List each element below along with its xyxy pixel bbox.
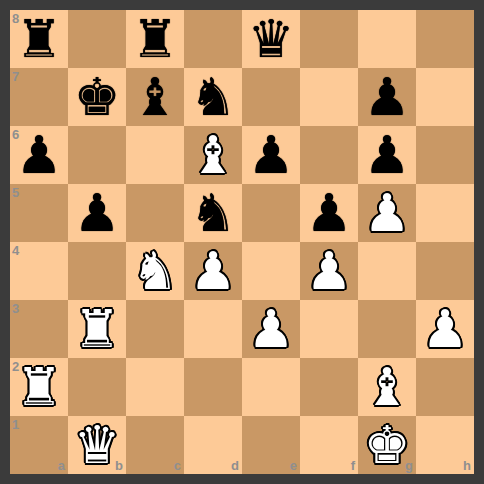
square-b3[interactable]: ♜	[68, 300, 126, 358]
file-label-h: h	[463, 459, 471, 472]
square-c5[interactable]	[126, 184, 184, 242]
square-h2[interactable]	[416, 358, 474, 416]
square-a1[interactable]: 1a	[10, 416, 68, 474]
chess-board: 8♜♜♛7♚♝♞♟6♟♝♟♟5♟♞♟♟4♞♟♟3♜♟♟2♜♝1ab♛cdefg♚…	[10, 10, 474, 474]
file-label-d: d	[231, 459, 239, 472]
square-e4[interactable]	[242, 242, 300, 300]
square-c8[interactable]: ♜	[126, 10, 184, 68]
black-pawn-piece[interactable]: ♟	[16, 126, 63, 184]
square-b8[interactable]	[68, 10, 126, 68]
white-pawn-piece[interactable]: ♟	[190, 242, 237, 300]
file-label-e: e	[290, 459, 297, 472]
square-d6[interactable]: ♝	[184, 126, 242, 184]
black-bishop-piece[interactable]: ♝	[132, 68, 179, 126]
square-e1[interactable]: e	[242, 416, 300, 474]
square-a5[interactable]: 5	[10, 184, 68, 242]
black-king-piece[interactable]: ♚	[74, 68, 121, 126]
square-h8[interactable]	[416, 10, 474, 68]
square-h7[interactable]	[416, 68, 474, 126]
square-d5[interactable]: ♞	[184, 184, 242, 242]
square-f8[interactable]	[300, 10, 358, 68]
black-knight-piece[interactable]: ♞	[190, 184, 237, 242]
file-label-c: c	[174, 459, 181, 472]
square-b6[interactable]	[68, 126, 126, 184]
square-d4[interactable]: ♟	[184, 242, 242, 300]
square-d8[interactable]	[184, 10, 242, 68]
white-knight-piece[interactable]: ♞	[132, 242, 179, 300]
square-b1[interactable]: b♛	[68, 416, 126, 474]
square-b4[interactable]	[68, 242, 126, 300]
square-g8[interactable]	[358, 10, 416, 68]
square-f1[interactable]: f	[300, 416, 358, 474]
square-h3[interactable]: ♟	[416, 300, 474, 358]
square-h1[interactable]: h	[416, 416, 474, 474]
black-pawn-piece[interactable]: ♟	[364, 68, 411, 126]
square-a6[interactable]: 6♟	[10, 126, 68, 184]
white-rook-piece[interactable]: ♜	[16, 358, 63, 416]
white-pawn-piece[interactable]: ♟	[306, 242, 353, 300]
black-rook-piece[interactable]: ♜	[16, 10, 63, 68]
black-queen-piece[interactable]: ♛	[248, 10, 295, 68]
square-h5[interactable]	[416, 184, 474, 242]
white-queen-piece[interactable]: ♛	[74, 416, 121, 474]
square-d3[interactable]	[184, 300, 242, 358]
square-d1[interactable]: d	[184, 416, 242, 474]
chess-board-frame: 8♜♜♛7♚♝♞♟6♟♝♟♟5♟♞♟♟4♞♟♟3♜♟♟2♜♝1ab♛cdefg♚…	[0, 0, 484, 484]
square-f7[interactable]	[300, 68, 358, 126]
black-pawn-piece[interactable]: ♟	[248, 126, 295, 184]
rank-label-3: 3	[12, 302, 19, 315]
square-c6[interactable]	[126, 126, 184, 184]
square-e3[interactable]: ♟	[242, 300, 300, 358]
square-c1[interactable]: c	[126, 416, 184, 474]
white-rook-piece[interactable]: ♜	[74, 300, 121, 358]
square-a7[interactable]: 7	[10, 68, 68, 126]
square-a8[interactable]: 8♜	[10, 10, 68, 68]
square-g7[interactable]: ♟	[358, 68, 416, 126]
square-b7[interactable]: ♚	[68, 68, 126, 126]
rank-label-7: 7	[12, 70, 19, 83]
black-pawn-piece[interactable]: ♟	[74, 184, 121, 242]
square-e5[interactable]	[242, 184, 300, 242]
square-a3[interactable]: 3	[10, 300, 68, 358]
square-c3[interactable]	[126, 300, 184, 358]
square-g1[interactable]: g♚	[358, 416, 416, 474]
square-g3[interactable]	[358, 300, 416, 358]
white-king-piece[interactable]: ♚	[364, 416, 411, 474]
square-e2[interactable]	[242, 358, 300, 416]
black-rook-piece[interactable]: ♜	[132, 10, 179, 68]
black-pawn-piece[interactable]: ♟	[306, 184, 353, 242]
square-b2[interactable]	[68, 358, 126, 416]
square-g4[interactable]	[358, 242, 416, 300]
square-c2[interactable]	[126, 358, 184, 416]
square-f2[interactable]	[300, 358, 358, 416]
square-h6[interactable]	[416, 126, 474, 184]
white-bishop-piece[interactable]: ♝	[364, 358, 411, 416]
file-label-f: f	[351, 459, 355, 472]
square-a4[interactable]: 4	[10, 242, 68, 300]
rank-label-4: 4	[12, 244, 19, 257]
rank-label-5: 5	[12, 186, 19, 199]
square-f6[interactable]	[300, 126, 358, 184]
square-g5[interactable]: ♟	[358, 184, 416, 242]
square-e6[interactable]: ♟	[242, 126, 300, 184]
black-pawn-piece[interactable]: ♟	[364, 126, 411, 184]
square-c4[interactable]: ♞	[126, 242, 184, 300]
square-a2[interactable]: 2♜	[10, 358, 68, 416]
file-label-a: a	[58, 459, 65, 472]
square-e7[interactable]	[242, 68, 300, 126]
square-d2[interactable]	[184, 358, 242, 416]
square-d7[interactable]: ♞	[184, 68, 242, 126]
white-pawn-piece[interactable]: ♟	[364, 184, 411, 242]
square-c7[interactable]: ♝	[126, 68, 184, 126]
square-f5[interactable]: ♟	[300, 184, 358, 242]
white-pawn-piece[interactable]: ♟	[248, 300, 295, 358]
square-g6[interactable]: ♟	[358, 126, 416, 184]
square-f4[interactable]: ♟	[300, 242, 358, 300]
square-f3[interactable]	[300, 300, 358, 358]
white-bishop-piece[interactable]: ♝	[190, 126, 237, 184]
square-b5[interactable]: ♟	[68, 184, 126, 242]
square-e8[interactable]: ♛	[242, 10, 300, 68]
black-knight-piece[interactable]: ♞	[190, 68, 237, 126]
rank-label-1: 1	[12, 418, 19, 431]
white-pawn-piece[interactable]: ♟	[422, 300, 469, 358]
square-h4[interactable]	[416, 242, 474, 300]
square-g2[interactable]: ♝	[358, 358, 416, 416]
